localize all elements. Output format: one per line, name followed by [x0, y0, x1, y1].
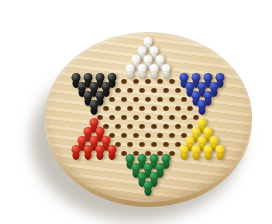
hole [109, 115, 115, 120]
cell-r13-c3[interactable] [94, 149, 106, 158]
cell-r8-c9[interactable] [184, 104, 196, 113]
cell-r8-c2[interactable] [100, 104, 112, 113]
hole [157, 115, 163, 120]
hole [181, 97, 187, 102]
cell-r9-c6[interactable] [154, 113, 166, 122]
hole [169, 133, 175, 138]
cell-r11-c5[interactable] [130, 131, 142, 140]
board-row-15 [70, 167, 226, 176]
board-row-1 [70, 41, 226, 50]
board-row-13 [70, 149, 226, 158]
hole [157, 133, 163, 138]
hole [133, 79, 139, 84]
cell-r6-c9[interactable] [172, 86, 184, 95]
cell-r9-c8[interactable] [178, 113, 190, 122]
cell-r8-c3[interactable] [112, 104, 124, 113]
hole [121, 79, 127, 84]
cell-r4-c3[interactable] [148, 68, 160, 77]
cell-r6-c7[interactable] [148, 86, 160, 95]
cell-r10-c6[interactable] [148, 122, 160, 131]
cell-r6-c5[interactable] [124, 86, 136, 95]
hole [163, 88, 169, 93]
cell-r7-c8[interactable] [166, 95, 178, 104]
cell-r13-c4[interactable] [106, 149, 118, 158]
cell-r8-c7[interactable] [160, 104, 172, 113]
cell-r10-c4[interactable] [124, 122, 136, 131]
hole [169, 97, 175, 102]
cell-r8-c6[interactable] [148, 104, 160, 113]
cell-r7-c5[interactable] [130, 95, 142, 104]
cell-r9-c2[interactable] [106, 113, 118, 122]
cell-r12-c7[interactable] [148, 140, 160, 149]
cell-r11-c8[interactable] [166, 131, 178, 140]
hole [115, 106, 121, 111]
hole [139, 88, 145, 93]
hole [169, 79, 175, 84]
cell-r5-c6[interactable] [130, 77, 142, 86]
cell-r8-c8[interactable] [172, 104, 184, 113]
cell-r8-c10[interactable] [196, 104, 208, 113]
cell-r10-c7[interactable] [160, 122, 172, 131]
board-grid [70, 41, 226, 194]
hole [145, 79, 151, 84]
cell-r4-c4[interactable] [160, 68, 172, 77]
hole [145, 133, 151, 138]
hole [121, 115, 127, 120]
peg-green[interactable] [144, 181, 153, 196]
cell-r5-c9[interactable] [166, 77, 178, 86]
cell-r13-c10[interactable] [178, 149, 190, 158]
hole [151, 88, 157, 93]
hole [115, 88, 121, 93]
hole [121, 97, 127, 102]
cell-r13-c11[interactable] [190, 149, 202, 158]
hole [151, 106, 157, 111]
cell-r4-c2[interactable] [136, 68, 148, 77]
cell-r12-c6[interactable] [136, 140, 148, 149]
hole [121, 133, 127, 138]
cell-r17-c1[interactable] [142, 185, 154, 194]
cell-r8-c1[interactable] [88, 104, 100, 113]
cell-r9-c5[interactable] [142, 113, 154, 122]
cell-r7-c6[interactable] [142, 95, 154, 104]
hole [127, 142, 133, 147]
cell-r5-c7[interactable] [142, 77, 154, 86]
hole [139, 124, 145, 129]
board-row-8 [70, 104, 226, 113]
hole [157, 97, 163, 102]
hole [103, 106, 109, 111]
hole [175, 124, 181, 129]
hole [163, 142, 169, 147]
hole [163, 124, 169, 129]
hole [133, 115, 139, 120]
cell-r5-c8[interactable] [154, 77, 166, 86]
cell-r7-c3[interactable] [106, 95, 118, 104]
hole [115, 124, 121, 129]
hole [151, 142, 157, 147]
hole [133, 97, 139, 102]
cell-r7-c7[interactable] [154, 95, 166, 104]
hole [163, 106, 169, 111]
cell-r10-c8[interactable] [172, 122, 184, 131]
hole [175, 106, 181, 111]
hole [139, 106, 145, 111]
cell-r9-c4[interactable] [130, 113, 142, 122]
board-row-3 [70, 59, 226, 68]
cell-r13-c1[interactable] [70, 149, 82, 158]
cell-r9-c3[interactable] [118, 113, 130, 122]
cell-r10-c5[interactable] [136, 122, 148, 131]
hole [109, 97, 115, 102]
cell-r13-c2[interactable] [82, 149, 94, 158]
cell-r8-c4[interactable] [124, 104, 136, 113]
cell-r7-c4[interactable] [118, 95, 130, 104]
cell-r10-c3[interactable] [112, 122, 124, 131]
cell-r6-c8[interactable] [160, 86, 172, 95]
hole [139, 142, 145, 147]
hole [133, 133, 139, 138]
hole [157, 79, 163, 84]
cell-r8-c5[interactable] [136, 104, 148, 113]
hole [181, 115, 187, 120]
cell-r11-c6[interactable] [142, 131, 154, 140]
hole [127, 88, 133, 93]
cell-r12-c5[interactable] [124, 140, 136, 149]
hole [175, 88, 181, 93]
cell-r11-c7[interactable] [154, 131, 166, 140]
hole [127, 124, 133, 129]
cell-r12-c8[interactable] [160, 140, 172, 149]
cell-r13-c13[interactable] [214, 149, 226, 158]
hole [145, 97, 151, 102]
hole [127, 106, 133, 111]
hole [169, 115, 175, 120]
cell-r9-c7[interactable] [166, 113, 178, 122]
cell-r5-c5[interactable] [118, 77, 130, 86]
hole [145, 115, 151, 120]
cell-r7-c9[interactable] [178, 95, 190, 104]
cell-r11-c4[interactable] [118, 131, 130, 140]
cell-r13-c12[interactable] [202, 149, 214, 158]
chinese-checkers-board-photo [0, 0, 272, 224]
hole [151, 124, 157, 129]
cell-r6-c6[interactable] [136, 86, 148, 95]
cell-r6-c4[interactable] [112, 86, 124, 95]
board-row-17 [70, 185, 226, 194]
cell-r4-c1[interactable] [124, 68, 136, 77]
hole [187, 106, 193, 111]
